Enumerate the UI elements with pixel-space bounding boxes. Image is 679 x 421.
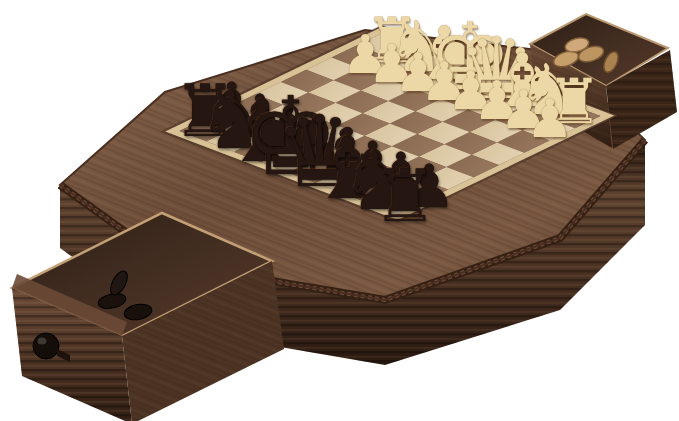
product-photo-octagonal-chess-box: ♜♞♝♛♚♝♞♜♟♟♟♟♟♟♟♟♟♟♟♟♟♟♟♟♜♞♝♛♚♝♞♜ bbox=[0, 0, 679, 421]
